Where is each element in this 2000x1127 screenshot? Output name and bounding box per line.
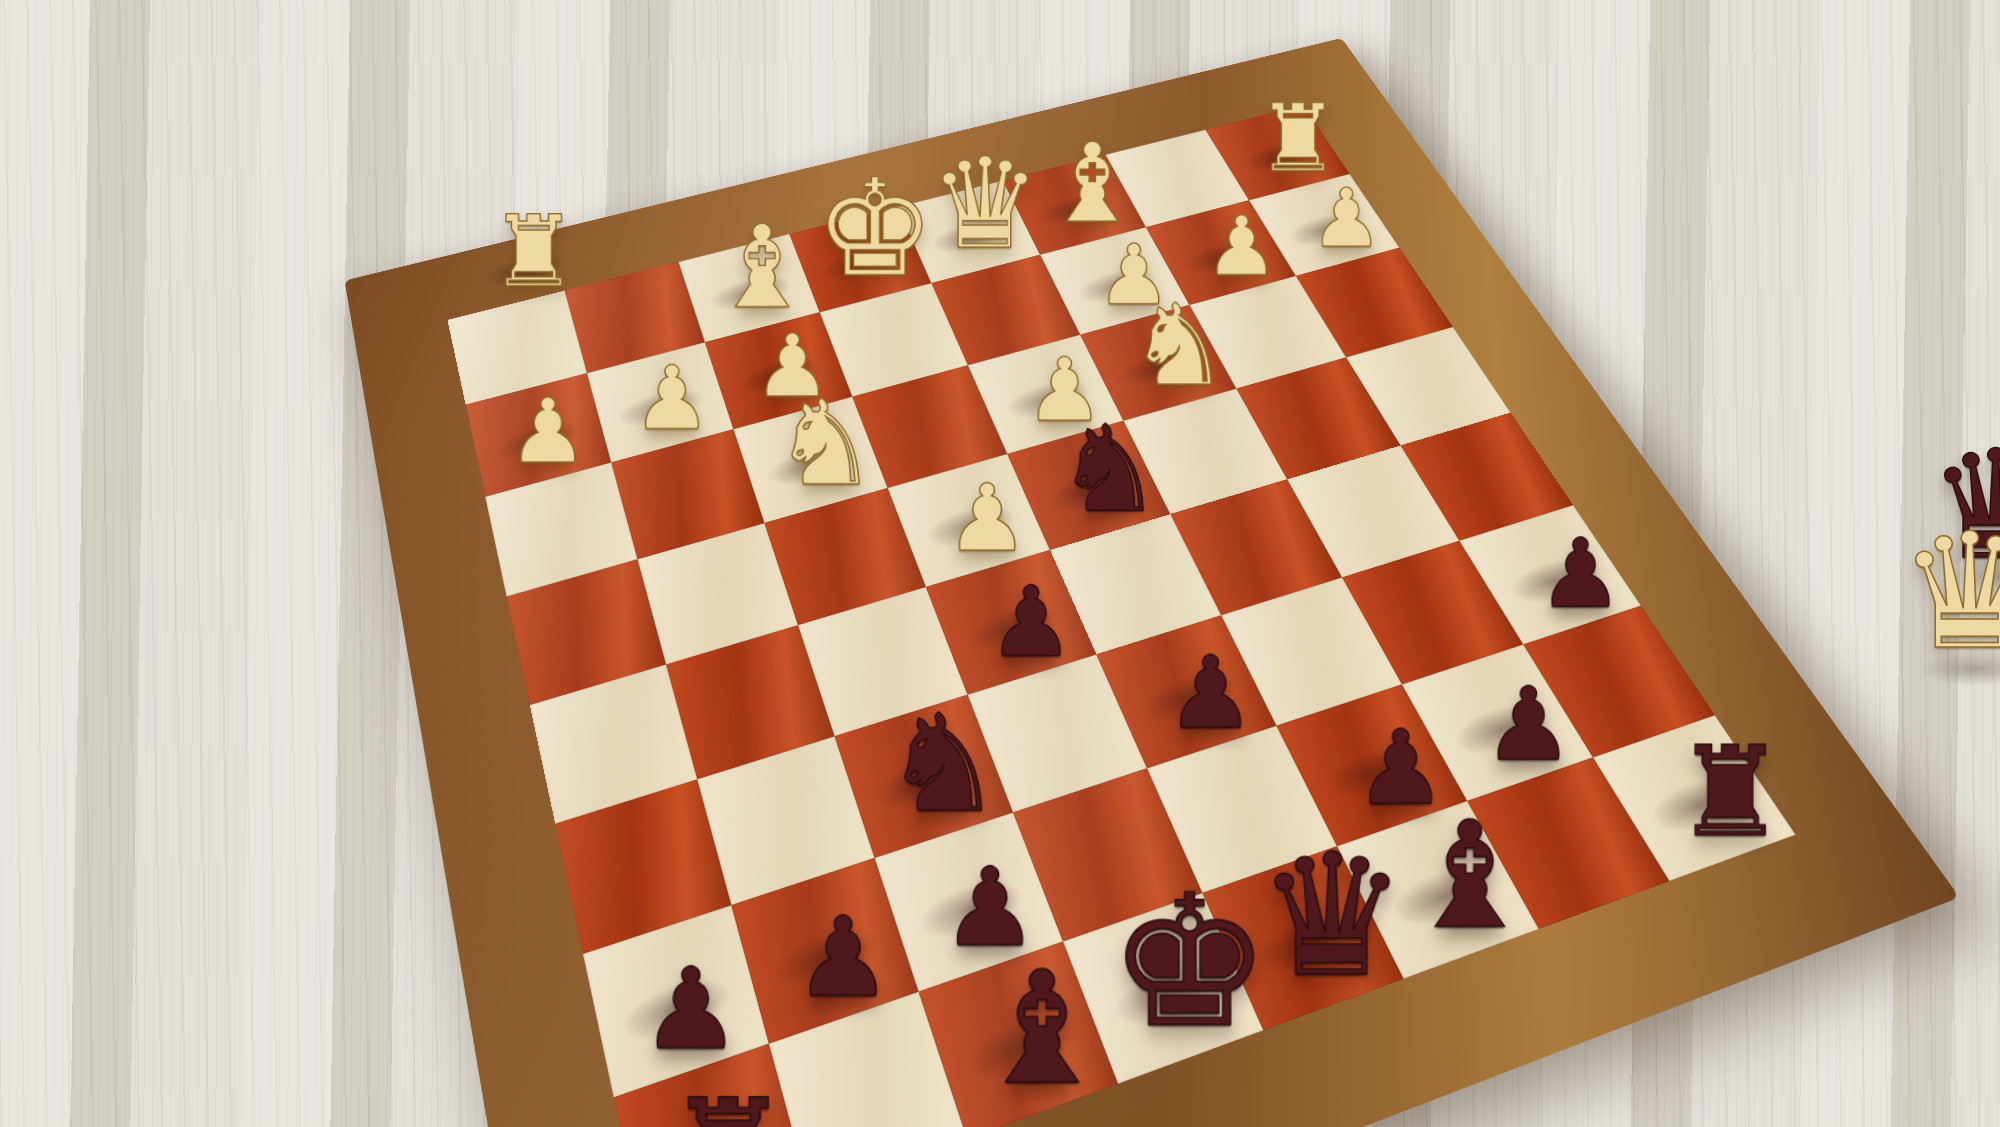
black-king-e8[interactable]: ♚ [1108,871,1271,1052]
photo-scene: { "game": "chess", "scene": { "descripti… [0,0,2000,1127]
white-pawn-e4[interactable]: ♟ [946,473,1029,566]
white-king-e1[interactable]: ♚ [815,161,935,295]
white-knight-c3[interactable]: ♞ [1128,289,1229,402]
black-knight-d4[interactable]: ♞ [1056,410,1163,529]
black-pawn-e5[interactable]: ♟ [988,574,1075,671]
spare-white-queen: ♛ [1898,512,2000,672]
white-queen-d1[interactable]: ♛ [929,141,1041,266]
chess-board-wrap: ♝♚♛♝♜♟♟♟♟♟♟♞♟♞♟♞♟♞♟♟♟♟♟♟♟♜♝♚♛♝♜ ♜ [430,0,1670,1127]
white-pawn-a2[interactable]: ♟ [1310,179,1382,260]
piece-contact-shadow [1918,652,2000,686]
chess-board-plane: ♝♚♛♝♜♟♟♟♟♟♟♞♟♞♟♞♟♞♟♟♟♟♟♟♟♜♝♚♛♝♜ ♜ [345,38,1960,1127]
black-knight-f6[interactable]: ♞ [883,697,1003,831]
black-pawn-d6[interactable]: ♟ [1166,644,1255,743]
black-bishop-f8[interactable]: ♝ [972,951,1111,1106]
white-pawn-g2[interactable]: ♟ [633,355,712,443]
black-pawn-g7[interactable]: ♟ [794,903,892,1013]
white-knight-f3[interactable]: ♞ [773,385,878,503]
black-rook-h8[interactable]: ♜ [666,1081,792,1127]
black-pawn-a6[interactable]: ♟ [1538,527,1623,622]
black-bishop-c8[interactable]: ♝ [1404,803,1536,950]
black-pawn-b7[interactable]: ♟ [1483,675,1573,776]
white-pawn-b2[interactable]: ♟ [1205,206,1278,288]
white-pawn-h2[interactable]: ♟ [508,387,588,476]
black-pawn-h7[interactable]: ♟ [641,954,741,1066]
white-bishop-f1[interactable]: ♝ [711,211,813,325]
white-rook-on-frame[interactable]: ♜ [490,202,578,301]
black-queen-d8[interactable]: ♛ [1257,831,1408,1000]
black-rook-a8[interactable]: ♜ [1675,730,1786,854]
white-bishop-c1[interactable]: ♝ [1043,129,1141,239]
